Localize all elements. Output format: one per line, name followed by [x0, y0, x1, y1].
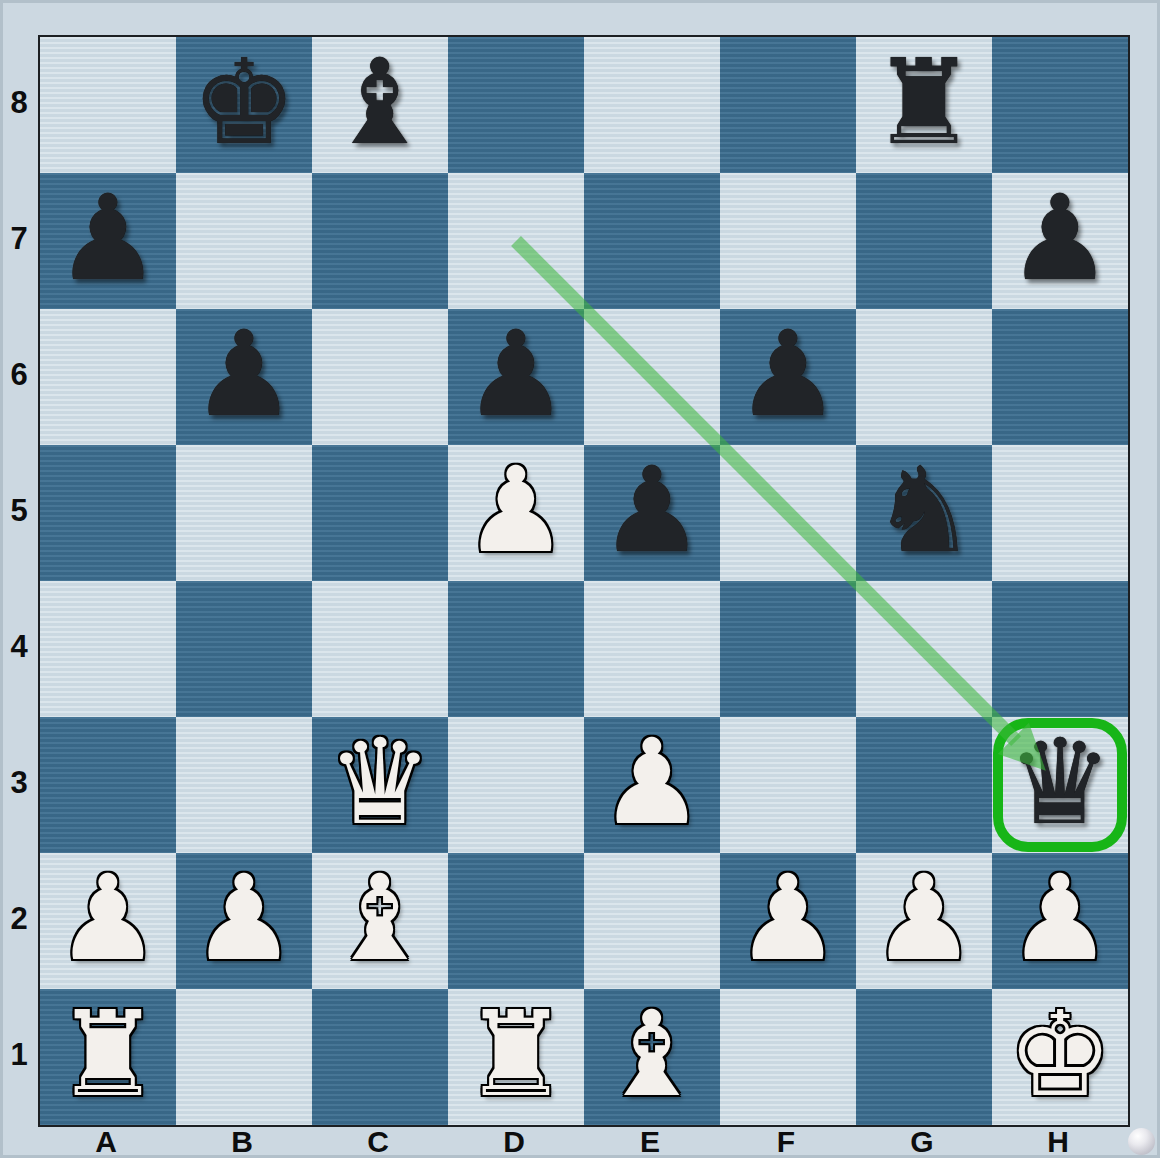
piece-black-pawn-a7[interactable]: ♟	[40, 173, 176, 309]
square-f1[interactable]	[720, 989, 856, 1125]
piece-white-bishop-e1[interactable]: ♝	[584, 989, 720, 1125]
rank-label-2: 2	[0, 851, 38, 987]
piece-white-king-h1[interactable]: ♚	[992, 989, 1128, 1125]
piece-white-pawn-b2[interactable]: ♟	[176, 853, 312, 989]
square-c4[interactable]	[312, 581, 448, 717]
square-c5[interactable]	[312, 445, 448, 581]
square-f4[interactable]	[720, 581, 856, 717]
square-f8[interactable]	[720, 37, 856, 173]
piece-white-pawn-a2[interactable]: ♟	[40, 853, 176, 989]
square-h1[interactable]: ♚	[992, 989, 1128, 1125]
file-label-b: B	[174, 1127, 310, 1158]
square-h5[interactable]	[992, 445, 1128, 581]
rank-labels: 87654321	[0, 35, 38, 1123]
rank-label-7: 7	[0, 171, 38, 307]
square-e6[interactable]	[584, 309, 720, 445]
square-e8[interactable]	[584, 37, 720, 173]
piece-white-queen-c3[interactable]: ♛	[312, 717, 448, 853]
piece-white-pawn-d5[interactable]: ♟	[448, 445, 584, 581]
square-b8[interactable]: ♚	[176, 37, 312, 173]
square-f5[interactable]	[720, 445, 856, 581]
square-h4[interactable]	[992, 581, 1128, 717]
square-f7[interactable]	[720, 173, 856, 309]
rank-label-4: 4	[0, 579, 38, 715]
square-g4[interactable]	[856, 581, 992, 717]
square-h7[interactable]: ♟	[992, 173, 1128, 309]
square-b7[interactable]	[176, 173, 312, 309]
file-label-e: E	[582, 1127, 718, 1158]
piece-white-pawn-e3[interactable]: ♟	[584, 717, 720, 853]
piece-black-king-b8[interactable]: ♚	[176, 37, 312, 173]
file-label-c: C	[310, 1127, 446, 1158]
rank-label-8: 8	[0, 35, 38, 171]
square-d2[interactable]	[448, 853, 584, 989]
piece-white-pawn-g2[interactable]: ♟	[856, 853, 992, 989]
square-a4[interactable]	[40, 581, 176, 717]
rank-label-3: 3	[0, 715, 38, 851]
square-a2[interactable]: ♟	[40, 853, 176, 989]
board-frame: ♚♝♜♟♟♟♟♟♟♟♞♛♟♛♟♟♝♟♟♟♜♜♝♚	[38, 35, 1130, 1127]
square-c8[interactable]: ♝	[312, 37, 448, 173]
square-e5[interactable]: ♟	[584, 445, 720, 581]
square-g2[interactable]: ♟	[856, 853, 992, 989]
square-e7[interactable]	[584, 173, 720, 309]
square-e2[interactable]	[584, 853, 720, 989]
square-g5[interactable]: ♞	[856, 445, 992, 581]
piece-black-bishop-c8[interactable]: ♝	[312, 37, 448, 173]
square-d5[interactable]: ♟	[448, 445, 584, 581]
square-g1[interactable]	[856, 989, 992, 1125]
square-g6[interactable]	[856, 309, 992, 445]
square-a7[interactable]: ♟	[40, 173, 176, 309]
piece-white-rook-a1[interactable]: ♜	[40, 989, 176, 1125]
square-e3[interactable]: ♟	[584, 717, 720, 853]
square-d7[interactable]	[448, 173, 584, 309]
square-a8[interactable]	[40, 37, 176, 173]
square-h8[interactable]	[992, 37, 1128, 173]
piece-white-pawn-f2[interactable]: ♟	[720, 853, 856, 989]
rank-label-6: 6	[0, 307, 38, 443]
piece-white-bishop-c2[interactable]: ♝	[312, 853, 448, 989]
square-b6[interactable]: ♟	[176, 309, 312, 445]
rank-label-1: 1	[0, 987, 38, 1123]
square-b5[interactable]	[176, 445, 312, 581]
file-label-h: H	[990, 1127, 1126, 1158]
square-a3[interactable]	[40, 717, 176, 853]
square-c3[interactable]: ♛	[312, 717, 448, 853]
piece-black-pawn-d6[interactable]: ♟	[448, 309, 584, 445]
piece-black-knight-g5[interactable]: ♞	[856, 445, 992, 581]
piece-black-pawn-b6[interactable]: ♟	[176, 309, 312, 445]
square-h2[interactable]: ♟	[992, 853, 1128, 989]
square-e1[interactable]: ♝	[584, 989, 720, 1125]
square-b3[interactable]	[176, 717, 312, 853]
rank-label-5: 5	[0, 443, 38, 579]
square-c6[interactable]	[312, 309, 448, 445]
chess-board-page: ♚♝♜♟♟♟♟♟♟♟♞♛♟♛♟♟♝♟♟♟♜♜♝♚ 87654321 ABCDEF…	[0, 0, 1160, 1158]
square-h6[interactable]	[992, 309, 1128, 445]
square-g8[interactable]: ♜	[856, 37, 992, 173]
square-c7[interactable]	[312, 173, 448, 309]
square-b1[interactable]	[176, 989, 312, 1125]
piece-black-pawn-h7[interactable]: ♟	[992, 173, 1128, 309]
piece-black-pawn-f6[interactable]: ♟	[720, 309, 856, 445]
square-a1[interactable]: ♜	[40, 989, 176, 1125]
square-e4[interactable]	[584, 581, 720, 717]
file-label-a: A	[38, 1127, 174, 1158]
file-label-d: D	[446, 1127, 582, 1158]
piece-black-rook-g8[interactable]: ♜	[856, 37, 992, 173]
file-label-g: G	[854, 1127, 990, 1158]
square-a6[interactable]	[40, 309, 176, 445]
square-f2[interactable]: ♟	[720, 853, 856, 989]
square-g7[interactable]	[856, 173, 992, 309]
square-d6[interactable]: ♟	[448, 309, 584, 445]
piece-black-queen-h3[interactable]: ♛	[992, 717, 1128, 853]
square-c1[interactable]	[312, 989, 448, 1125]
square-a5[interactable]	[40, 445, 176, 581]
square-d8[interactable]	[448, 37, 584, 173]
square-b2[interactable]: ♟	[176, 853, 312, 989]
file-label-f: F	[718, 1127, 854, 1158]
chess-board: ♚♝♜♟♟♟♟♟♟♟♞♛♟♛♟♟♝♟♟♟♜♜♝♚	[40, 37, 1128, 1125]
piece-white-rook-d1[interactable]: ♜	[448, 989, 584, 1125]
square-d3[interactable]	[448, 717, 584, 853]
square-g3[interactable]	[856, 717, 992, 853]
square-h3[interactable]: ♛	[992, 717, 1128, 853]
square-f3[interactable]	[720, 717, 856, 853]
square-b4[interactable]	[176, 581, 312, 717]
square-d1[interactable]: ♜	[448, 989, 584, 1125]
piece-white-pawn-h2[interactable]: ♟	[992, 853, 1128, 989]
square-f6[interactable]: ♟	[720, 309, 856, 445]
square-d4[interactable]	[448, 581, 584, 717]
square-c2[interactable]: ♝	[312, 853, 448, 989]
file-labels: ABCDEFGH	[38, 1127, 1126, 1158]
corner-ball-icon	[1128, 1128, 1155, 1155]
piece-black-pawn-e5[interactable]: ♟	[584, 445, 720, 581]
